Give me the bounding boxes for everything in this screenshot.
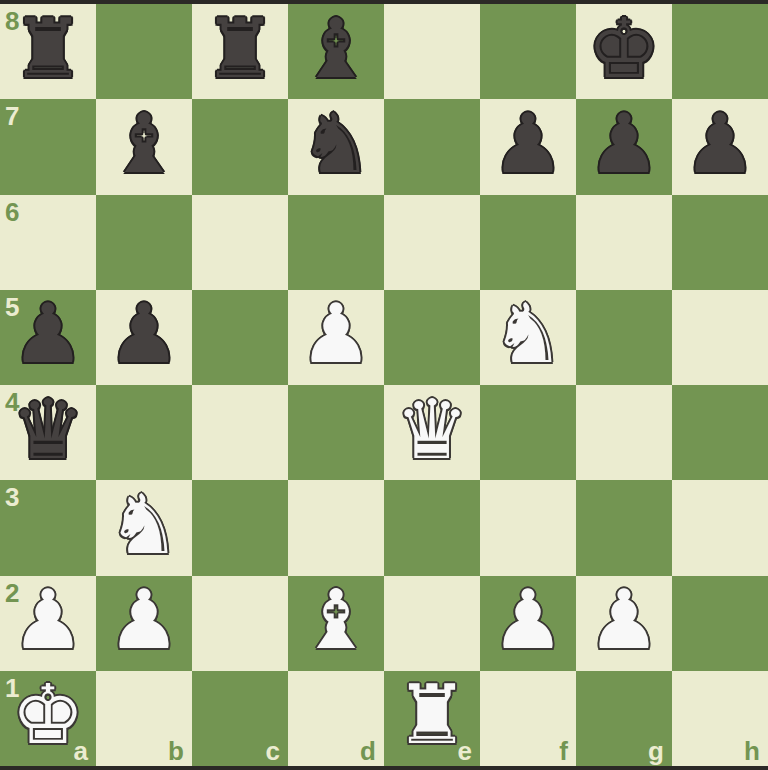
piece-white-rook[interactable]: ♜ bbox=[395, 674, 469, 756]
square-a6[interactable]: 6 bbox=[0, 195, 96, 290]
square-c4[interactable] bbox=[192, 385, 288, 480]
square-d2[interactable]: ♝ bbox=[288, 576, 384, 671]
rank-label-3: 3 bbox=[5, 484, 19, 510]
square-a1[interactable]: 1a♚ bbox=[0, 671, 96, 766]
piece-black-bishop[interactable]: ♝ bbox=[107, 103, 181, 185]
square-b2[interactable]: ♟ bbox=[96, 576, 192, 671]
piece-black-king[interactable]: ♚ bbox=[587, 8, 661, 90]
square-f6[interactable] bbox=[480, 195, 576, 290]
square-g3[interactable] bbox=[576, 480, 672, 575]
square-g8[interactable]: ♚ bbox=[576, 4, 672, 99]
square-c8[interactable]: ♜ bbox=[192, 4, 288, 99]
square-g2[interactable]: ♟ bbox=[576, 576, 672, 671]
square-h5[interactable] bbox=[672, 290, 768, 385]
piece-black-bishop[interactable]: ♝ bbox=[299, 8, 373, 90]
rank-label-6: 6 bbox=[5, 199, 19, 225]
square-e1[interactable]: e♜ bbox=[384, 671, 480, 766]
piece-white-bishop[interactable]: ♝ bbox=[299, 579, 373, 661]
square-g5[interactable] bbox=[576, 290, 672, 385]
piece-white-pawn[interactable]: ♟ bbox=[299, 293, 373, 375]
square-g4[interactable] bbox=[576, 385, 672, 480]
square-e7[interactable] bbox=[384, 99, 480, 194]
square-h3[interactable] bbox=[672, 480, 768, 575]
square-e2[interactable] bbox=[384, 576, 480, 671]
square-g1[interactable]: g bbox=[576, 671, 672, 766]
square-h8[interactable] bbox=[672, 4, 768, 99]
square-c6[interactable] bbox=[192, 195, 288, 290]
piece-white-pawn[interactable]: ♟ bbox=[107, 579, 181, 661]
square-c2[interactable] bbox=[192, 576, 288, 671]
file-label-b: b bbox=[168, 738, 184, 764]
piece-black-pawn[interactable]: ♟ bbox=[11, 293, 85, 375]
square-c7[interactable] bbox=[192, 99, 288, 194]
square-h4[interactable] bbox=[672, 385, 768, 480]
piece-white-pawn[interactable]: ♟ bbox=[11, 579, 85, 661]
piece-white-pawn[interactable]: ♟ bbox=[587, 579, 661, 661]
square-a2[interactable]: 2♟ bbox=[0, 576, 96, 671]
chess-board: 8♜♜♝♚7♝♞♟♟♟65♟♟♟♞4♛♛3♞2♟♟♝♟♟1a♚bcde♜fgh bbox=[0, 4, 768, 766]
square-c3[interactable] bbox=[192, 480, 288, 575]
square-g7[interactable]: ♟ bbox=[576, 99, 672, 194]
square-b4[interactable] bbox=[96, 385, 192, 480]
piece-black-pawn[interactable]: ♟ bbox=[683, 103, 757, 185]
square-f5[interactable]: ♞ bbox=[480, 290, 576, 385]
file-label-h: h bbox=[744, 738, 760, 764]
square-d6[interactable] bbox=[288, 195, 384, 290]
square-a3[interactable]: 3 bbox=[0, 480, 96, 575]
square-a7[interactable]: 7 bbox=[0, 99, 96, 194]
square-a4[interactable]: 4♛ bbox=[0, 385, 96, 480]
square-f3[interactable] bbox=[480, 480, 576, 575]
piece-black-queen[interactable]: ♛ bbox=[11, 389, 85, 471]
square-d7[interactable]: ♞ bbox=[288, 99, 384, 194]
piece-black-pawn[interactable]: ♟ bbox=[491, 103, 565, 185]
square-e8[interactable] bbox=[384, 4, 480, 99]
square-e5[interactable] bbox=[384, 290, 480, 385]
square-d4[interactable] bbox=[288, 385, 384, 480]
file-label-g: g bbox=[648, 738, 664, 764]
square-f7[interactable]: ♟ bbox=[480, 99, 576, 194]
square-e6[interactable] bbox=[384, 195, 480, 290]
square-c5[interactable] bbox=[192, 290, 288, 385]
square-b3[interactable]: ♞ bbox=[96, 480, 192, 575]
piece-black-pawn[interactable]: ♟ bbox=[107, 293, 181, 375]
square-b8[interactable] bbox=[96, 4, 192, 99]
rank-label-7: 7 bbox=[5, 103, 19, 129]
piece-white-knight[interactable]: ♞ bbox=[491, 293, 565, 375]
file-label-c: c bbox=[266, 738, 280, 764]
square-g6[interactable] bbox=[576, 195, 672, 290]
square-a8[interactable]: 8♜ bbox=[0, 4, 96, 99]
square-d5[interactable]: ♟ bbox=[288, 290, 384, 385]
square-c1[interactable]: c bbox=[192, 671, 288, 766]
square-d1[interactable]: d bbox=[288, 671, 384, 766]
square-e4[interactable]: ♛ bbox=[384, 385, 480, 480]
square-h2[interactable] bbox=[672, 576, 768, 671]
piece-white-king[interactable]: ♚ bbox=[11, 674, 85, 756]
square-h1[interactable]: h bbox=[672, 671, 768, 766]
square-e3[interactable] bbox=[384, 480, 480, 575]
square-f4[interactable] bbox=[480, 385, 576, 480]
square-b7[interactable]: ♝ bbox=[96, 99, 192, 194]
file-label-f: f bbox=[559, 738, 568, 764]
piece-white-queen[interactable]: ♛ bbox=[395, 389, 469, 471]
file-label-d: d bbox=[360, 738, 376, 764]
square-d8[interactable]: ♝ bbox=[288, 4, 384, 99]
square-b5[interactable]: ♟ bbox=[96, 290, 192, 385]
piece-white-knight[interactable]: ♞ bbox=[107, 484, 181, 566]
square-f8[interactable] bbox=[480, 4, 576, 99]
piece-black-rook[interactable]: ♜ bbox=[11, 8, 85, 90]
square-f1[interactable]: f bbox=[480, 671, 576, 766]
square-a5[interactable]: 5♟ bbox=[0, 290, 96, 385]
piece-black-knight[interactable]: ♞ bbox=[299, 103, 373, 185]
square-d3[interactable] bbox=[288, 480, 384, 575]
square-f2[interactable]: ♟ bbox=[480, 576, 576, 671]
square-h6[interactable] bbox=[672, 195, 768, 290]
piece-black-rook[interactable]: ♜ bbox=[203, 8, 277, 90]
square-b6[interactable] bbox=[96, 195, 192, 290]
piece-black-pawn[interactable]: ♟ bbox=[587, 103, 661, 185]
square-h7[interactable]: ♟ bbox=[672, 99, 768, 194]
piece-white-pawn[interactable]: ♟ bbox=[491, 579, 565, 661]
square-b1[interactable]: b bbox=[96, 671, 192, 766]
